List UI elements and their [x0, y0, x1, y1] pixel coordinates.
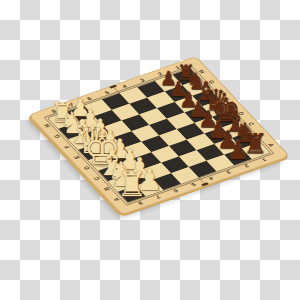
- file-label: H: [43, 123, 52, 128]
- file-label: D: [237, 111, 246, 116]
- file-label: H: [197, 69, 206, 74]
- rank-label: 5: [103, 90, 110, 95]
- rank-label: 5: [190, 182, 197, 187]
- file-label: B: [257, 132, 266, 137]
- rank-label: 2: [243, 164, 250, 169]
- rank-label: 8: [137, 201, 144, 206]
- file-label: G: [207, 79, 216, 84]
- product-photo-stage: HHGGFFEEDDCCBBAA1122334455667788 ♜♞♝♛♚♝♞…: [0, 0, 300, 300]
- file-label: C: [92, 176, 101, 181]
- file-label: A: [112, 197, 121, 202]
- rank-label: 1: [174, 65, 181, 70]
- file-label: G: [52, 134, 61, 139]
- rank-label: 4: [208, 176, 215, 181]
- rank-label: 7: [155, 195, 162, 200]
- rank-label: 8: [50, 109, 57, 114]
- file-label: B: [102, 186, 111, 191]
- file-label: A: [267, 143, 276, 148]
- file-label: F: [217, 90, 225, 94]
- file-label: F: [63, 145, 71, 149]
- file-label: E: [227, 101, 235, 106]
- rank-label: 1: [261, 157, 268, 162]
- file-label: D: [82, 165, 91, 170]
- file-label: C: [247, 122, 256, 127]
- rank-label: 2: [156, 71, 163, 76]
- rank-label: 3: [139, 78, 146, 83]
- rank-label: 6: [172, 188, 179, 193]
- rank-label: 7: [68, 102, 75, 107]
- rank-label: 3: [225, 170, 232, 175]
- rank-label: 4: [121, 84, 128, 89]
- rank-label: 6: [86, 96, 93, 101]
- file-label: E: [72, 155, 80, 160]
